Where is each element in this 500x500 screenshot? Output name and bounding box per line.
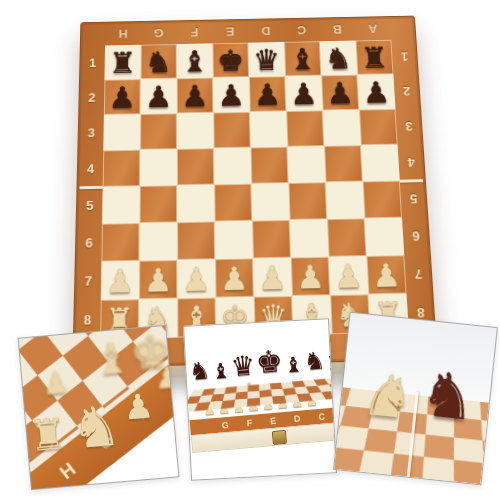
- dark-bishop: ♝: [177, 44, 213, 78]
- square-c7: ♟: [291, 257, 330, 296]
- frame-letter: D: [294, 413, 302, 424]
- square-f7: ♟: [177, 259, 215, 298]
- dark-pawn: ♟: [357, 75, 395, 110]
- square-c2: ♟: [285, 75, 323, 111]
- file-label-top: A: [354, 17, 391, 41]
- square-d7: ♟: [253, 258, 292, 297]
- square-f2: ♟: [177, 78, 214, 114]
- dark-rook: ♜: [104, 46, 140, 80]
- file-label-top: D: [248, 19, 284, 43]
- square-e1: ♚: [212, 43, 249, 78]
- rank-label-left: 4: [78, 150, 104, 187]
- light-rook: ♜: [27, 409, 69, 461]
- square-f6: [177, 221, 215, 259]
- square-b7: ♟: [329, 256, 369, 295]
- square-e3: [213, 112, 250, 148]
- light-pawn: ♟: [291, 258, 330, 296]
- square-a6: [365, 218, 405, 256]
- dark-pawn: ♟: [104, 80, 141, 115]
- rank-label-right: 1: [391, 39, 417, 74]
- file-label-top: E: [212, 20, 248, 44]
- square-f5: [177, 185, 215, 223]
- light-pawn: ♟: [215, 259, 254, 297]
- square-a5: [363, 181, 402, 219]
- square-d6: [252, 220, 291, 258]
- square-g6: [139, 222, 177, 260]
- light-pawn: ♟: [121, 385, 155, 428]
- light-pawn: ♟: [139, 261, 177, 299]
- light-pawn: ♟: [177, 260, 215, 298]
- square-b4: [324, 145, 363, 182]
- light-pawn: ♟: [329, 257, 369, 295]
- square-f3: [177, 113, 214, 149]
- square-g1: ♞: [141, 44, 177, 79]
- dark-rook: ♜: [356, 41, 394, 75]
- file-label-top: B: [319, 18, 356, 42]
- dark-king: ♚: [254, 343, 284, 380]
- rank-label-left: 6: [76, 224, 102, 262]
- square-e6: [215, 221, 253, 259]
- frame-corner: [81, 23, 106, 46]
- dark-knight: ♞: [320, 41, 357, 75]
- square-d3: [250, 111, 288, 147]
- square-h5: [102, 186, 140, 224]
- file-label-top: G: [141, 21, 177, 45]
- square-b1: ♞: [320, 41, 357, 76]
- frame-letter: G: [221, 419, 230, 430]
- dark-bishop: ♝: [283, 352, 304, 378]
- square-b6: [327, 218, 366, 256]
- dark-queen: ♛: [248, 43, 285, 77]
- frame-corner: [390, 17, 416, 40]
- dark-knight: ♞: [303, 346, 327, 376]
- square-g5: [140, 185, 178, 223]
- square-h2: ♟: [104, 79, 141, 115]
- light-knight: ♞: [68, 392, 124, 461]
- file-label-top: H: [105, 22, 141, 46]
- square-e4: [214, 147, 252, 184]
- frame-letter: C: [318, 411, 326, 422]
- rank-label-right: 3: [395, 108, 422, 144]
- light-knight: ♞: [359, 365, 417, 428]
- dark-bishop: ♝: [210, 359, 231, 385]
- square-g3: [140, 113, 177, 149]
- square-d1: ♛: [248, 42, 285, 77]
- file-label-top: F: [177, 21, 213, 45]
- square-a4: [361, 144, 400, 181]
- square-f1: ♝: [177, 43, 213, 78]
- square-a7: ♟: [366, 255, 406, 294]
- thumbnail-closeup-light-pieces[interactable]: H G F E ♜ ♞ ♟ ♟ ♝ ♚ ♟: [18, 325, 180, 490]
- light-pawn: ♟: [367, 256, 407, 294]
- square-a1: ♜: [356, 40, 394, 75]
- dark-queen: ♛: [230, 349, 257, 382]
- square-g2: ♟: [140, 78, 176, 114]
- dark-knight: ♞: [188, 356, 212, 386]
- light-bishop: ♝: [91, 333, 133, 385]
- dark-pawn: ♟: [285, 76, 322, 111]
- rank-label-left: 3: [78, 115, 104, 151]
- square-d4: [251, 147, 289, 184]
- light-pawn: ♟: [101, 262, 140, 300]
- thumb2-scene: ♜ ♞ ♝ ♛ ♚ ♝ ♞ ♜ ♜ ♞ ♝ ♚ ♛ ♝ ♞ ♜ ♟ ♟ ♟ ♟ …: [183, 318, 337, 480]
- main-product-photo[interactable]: HGFEDCBA1♜♞♝♚♛♝♞♜12♟♟♟♟♟♟♟♟2334455667♟♟♟…: [0, 0, 500, 322]
- square-a2: ♟: [357, 74, 395, 110]
- square-c1: ♝: [284, 41, 321, 76]
- square-h4: [103, 150, 140, 187]
- dark-knight: ♞: [141, 45, 177, 79]
- frame-letter: H: [56, 458, 80, 484]
- square-c3: [286, 110, 324, 146]
- square-b2: ♟: [321, 75, 359, 111]
- square-e2: ♟: [213, 77, 250, 113]
- square-c5: [288, 182, 327, 220]
- rank-label-left: 5: [77, 187, 103, 225]
- square-e5: [214, 184, 252, 222]
- square-f4: [177, 148, 214, 185]
- rank-label-right: 4: [398, 144, 425, 181]
- thumbnail-angled-full-set[interactable]: ♜ ♞ ♝ ♛ ♚ ♝ ♞ ♜ ♜ ♞ ♝ ♚ ♛ ♝ ♞ ♜ ♟ ♟ ♟ ♟ …: [183, 318, 337, 480]
- square-d5: [251, 183, 289, 221]
- square-g4: [140, 149, 177, 186]
- dark-bishop: ♝: [284, 42, 321, 76]
- dark-pawn: ♟: [213, 78, 250, 113]
- square-c4: [287, 146, 325, 183]
- square-e7: ♟: [215, 258, 254, 297]
- frame-letter: E: [270, 415, 278, 426]
- rank-label-right: 2: [393, 74, 420, 109]
- square-g7: ♟: [139, 260, 177, 299]
- square-h1: ♜: [104, 45, 140, 80]
- thumb2-brass-clasp: [272, 430, 287, 445]
- rank-label-right: 6: [402, 217, 430, 255]
- square-h6: [101, 223, 139, 262]
- frame-letter: F: [246, 417, 253, 428]
- light-pawn: ♟: [41, 364, 71, 401]
- rank-label-right: 5: [400, 180, 428, 217]
- dark-knight: ♞: [417, 363, 479, 430]
- dark-king: ♚: [213, 44, 250, 78]
- dark-pawn: ♟: [249, 77, 286, 112]
- square-d2: ♟: [249, 76, 286, 112]
- rank-label-left: 7: [75, 262, 102, 301]
- light-pawn: ♟: [253, 259, 292, 297]
- square-a3: [359, 109, 398, 145]
- thumbnail-knights-face-off[interactable]: ♞ ♞: [333, 312, 498, 486]
- dark-pawn: ♟: [177, 79, 214, 114]
- dark-pawn: ♟: [140, 79, 176, 114]
- square-h3: [103, 114, 140, 150]
- square-b5: [326, 181, 365, 219]
- rank-label-left: 2: [79, 80, 104, 115]
- square-c6: [290, 219, 329, 257]
- rank-label-right: 7: [404, 255, 432, 294]
- square-b3: [323, 110, 361, 146]
- dark-pawn: ♟: [321, 76, 359, 111]
- square-h7: ♟: [101, 261, 140, 300]
- rank-label-left: 1: [80, 45, 105, 80]
- file-label-top: C: [283, 18, 319, 42]
